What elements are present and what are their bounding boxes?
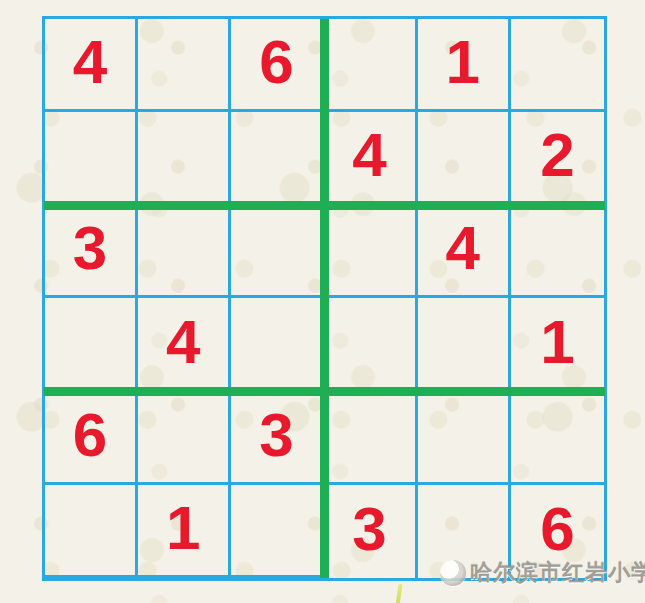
cell-r1c5[interactable]: 1 (418, 19, 511, 112)
cell-r3c4[interactable] (324, 205, 417, 298)
cell-r5c6[interactable] (511, 392, 604, 485)
given-digit: 4 (73, 31, 107, 93)
cell-r3c2[interactable] (138, 205, 231, 298)
cell-r3c3[interactable] (231, 205, 324, 298)
box-divider-horizontal-2 (44, 387, 605, 396)
given-digit: 6 (259, 31, 293, 93)
cell-r1c3[interactable]: 6 (231, 19, 324, 112)
given-digit: 1 (540, 311, 574, 373)
cell-r5c2[interactable] (138, 392, 231, 485)
watermark-text: 哈尔滨市红岩小学校 (470, 558, 645, 588)
box-divider-horizontal-1 (44, 201, 605, 210)
box-divider-vertical (320, 19, 329, 578)
cell-r3c5[interactable]: 4 (418, 205, 511, 298)
cell-r2c1[interactable] (45, 112, 138, 205)
cell-r6c3[interactable] (231, 485, 324, 578)
cell-r3c6[interactable] (511, 205, 604, 298)
cell-r5c3[interactable]: 3 (231, 392, 324, 485)
board: 46142344163136 (42, 16, 607, 581)
cell-r6c4[interactable]: 3 (324, 485, 417, 578)
cell-r3c1[interactable]: 3 (45, 205, 138, 298)
cell-r1c4[interactable] (324, 19, 417, 112)
cell-r2c6[interactable]: 2 (511, 112, 604, 205)
cell-r4c6[interactable]: 1 (511, 298, 604, 391)
cell-r2c4[interactable]: 4 (324, 112, 417, 205)
cell-r4c2[interactable]: 4 (138, 298, 231, 391)
cell-r2c2[interactable] (138, 112, 231, 205)
cell-r4c3[interactable] (231, 298, 324, 391)
cell-r2c3[interactable] (231, 112, 324, 205)
school-logo-icon (440, 560, 466, 586)
given-digit: 1 (166, 497, 200, 559)
given-digit: 4 (446, 217, 480, 279)
given-digit: 3 (352, 498, 386, 560)
cell-r2c5[interactable] (418, 112, 511, 205)
paper-background: 46142344163136 哈尔滨市红岩小学校 (0, 0, 645, 603)
cell-r4c4[interactable] (324, 298, 417, 391)
cell-r4c5[interactable] (418, 298, 511, 391)
cell-r1c1[interactable]: 4 (45, 19, 138, 112)
given-digit: 4 (166, 311, 200, 373)
given-digit: 6 (540, 498, 574, 560)
cell-r5c4[interactable] (324, 392, 417, 485)
cell-r1c2[interactable] (138, 19, 231, 112)
cell-r5c1[interactable]: 6 (45, 392, 138, 485)
cell-r5c5[interactable] (418, 392, 511, 485)
cell-r6c2[interactable]: 1 (138, 485, 231, 578)
grass-streak-decoration (395, 584, 402, 603)
given-digit: 6 (73, 404, 107, 466)
cell-r4c1[interactable] (45, 298, 138, 391)
cell-r6c1[interactable] (45, 485, 138, 578)
cell-r1c6[interactable] (511, 19, 604, 112)
given-digit: 4 (352, 124, 386, 186)
given-digit: 3 (259, 404, 293, 466)
given-digit: 2 (540, 124, 574, 186)
given-digit: 3 (73, 217, 107, 279)
given-digit: 1 (446, 31, 480, 93)
watermark: 哈尔滨市红岩小学校 (440, 558, 645, 588)
